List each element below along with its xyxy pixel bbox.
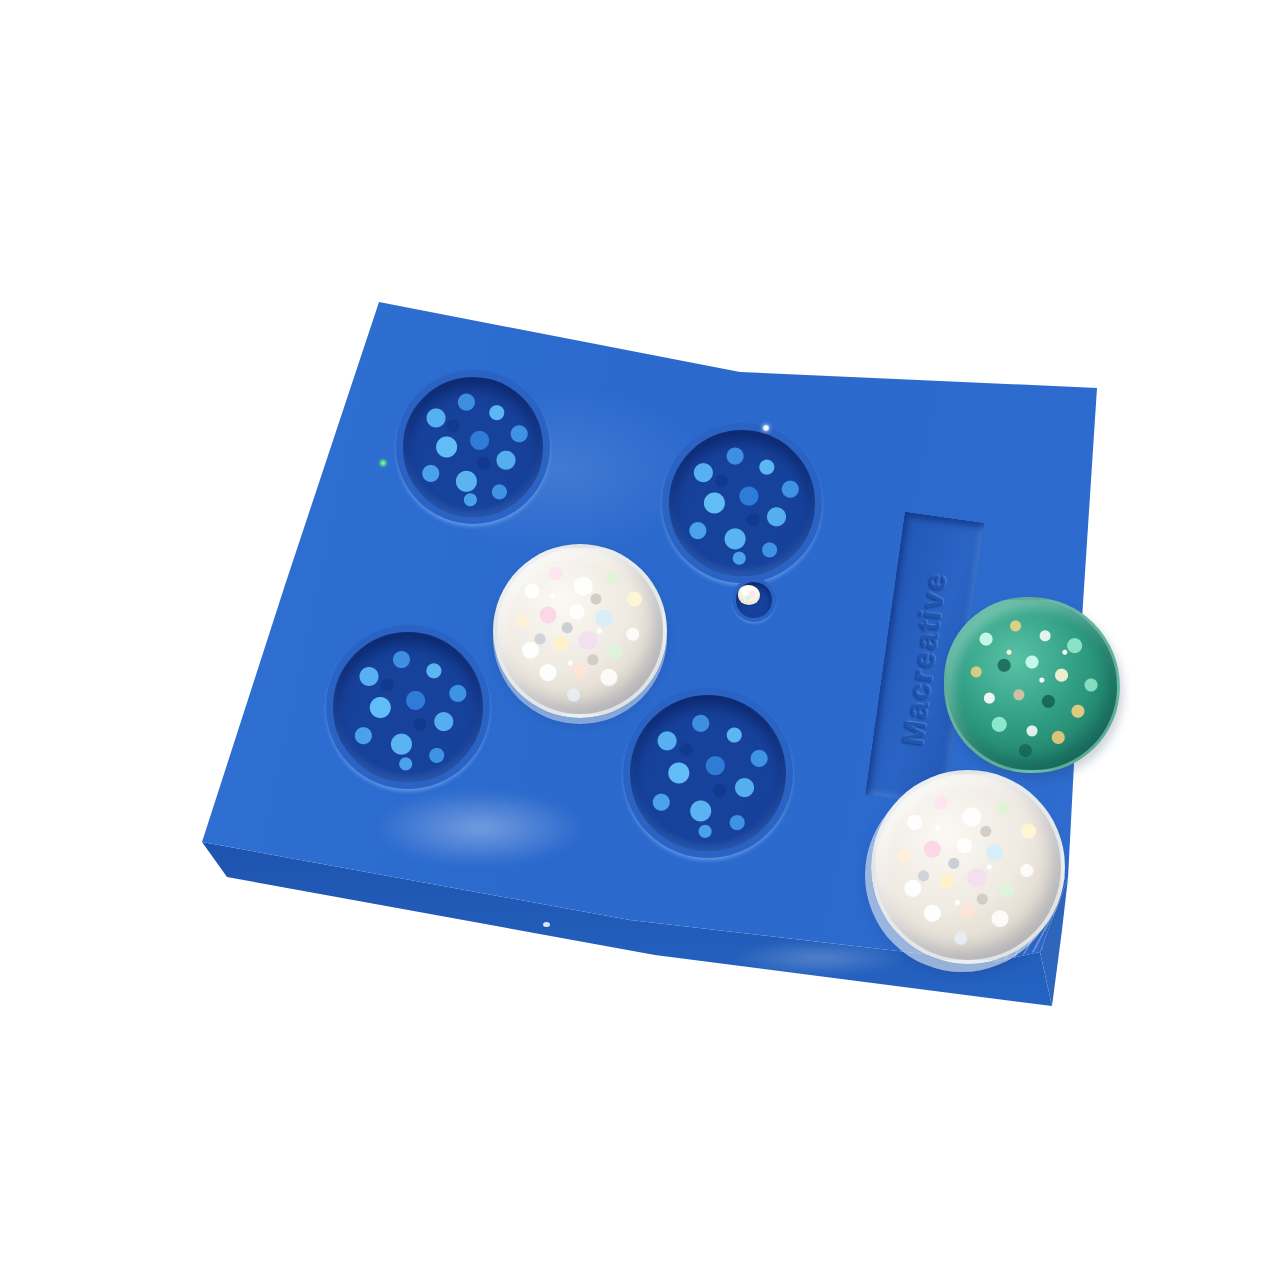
glitter-chip [738, 585, 760, 605]
druzy-cabochon-green [944, 597, 1120, 773]
green-glitter-speck [380, 460, 386, 466]
druzy-cavity-mid-left [326, 625, 490, 789]
druzy-cabochon-center-white [493, 544, 667, 718]
druzy-cavity-top-left [396, 370, 550, 524]
small-round-cavity [732, 578, 776, 622]
druzy-cavity-bottom-middle [623, 688, 793, 858]
druzy-cavity-top-right [662, 423, 822, 583]
druzy-cabochon-bottom-white [871, 770, 1065, 964]
brand-text: Macreative [896, 570, 954, 748]
product-photo: Macreative [0, 0, 1280, 1280]
dust-speck [543, 922, 550, 927]
glitter-glint [763, 425, 769, 431]
